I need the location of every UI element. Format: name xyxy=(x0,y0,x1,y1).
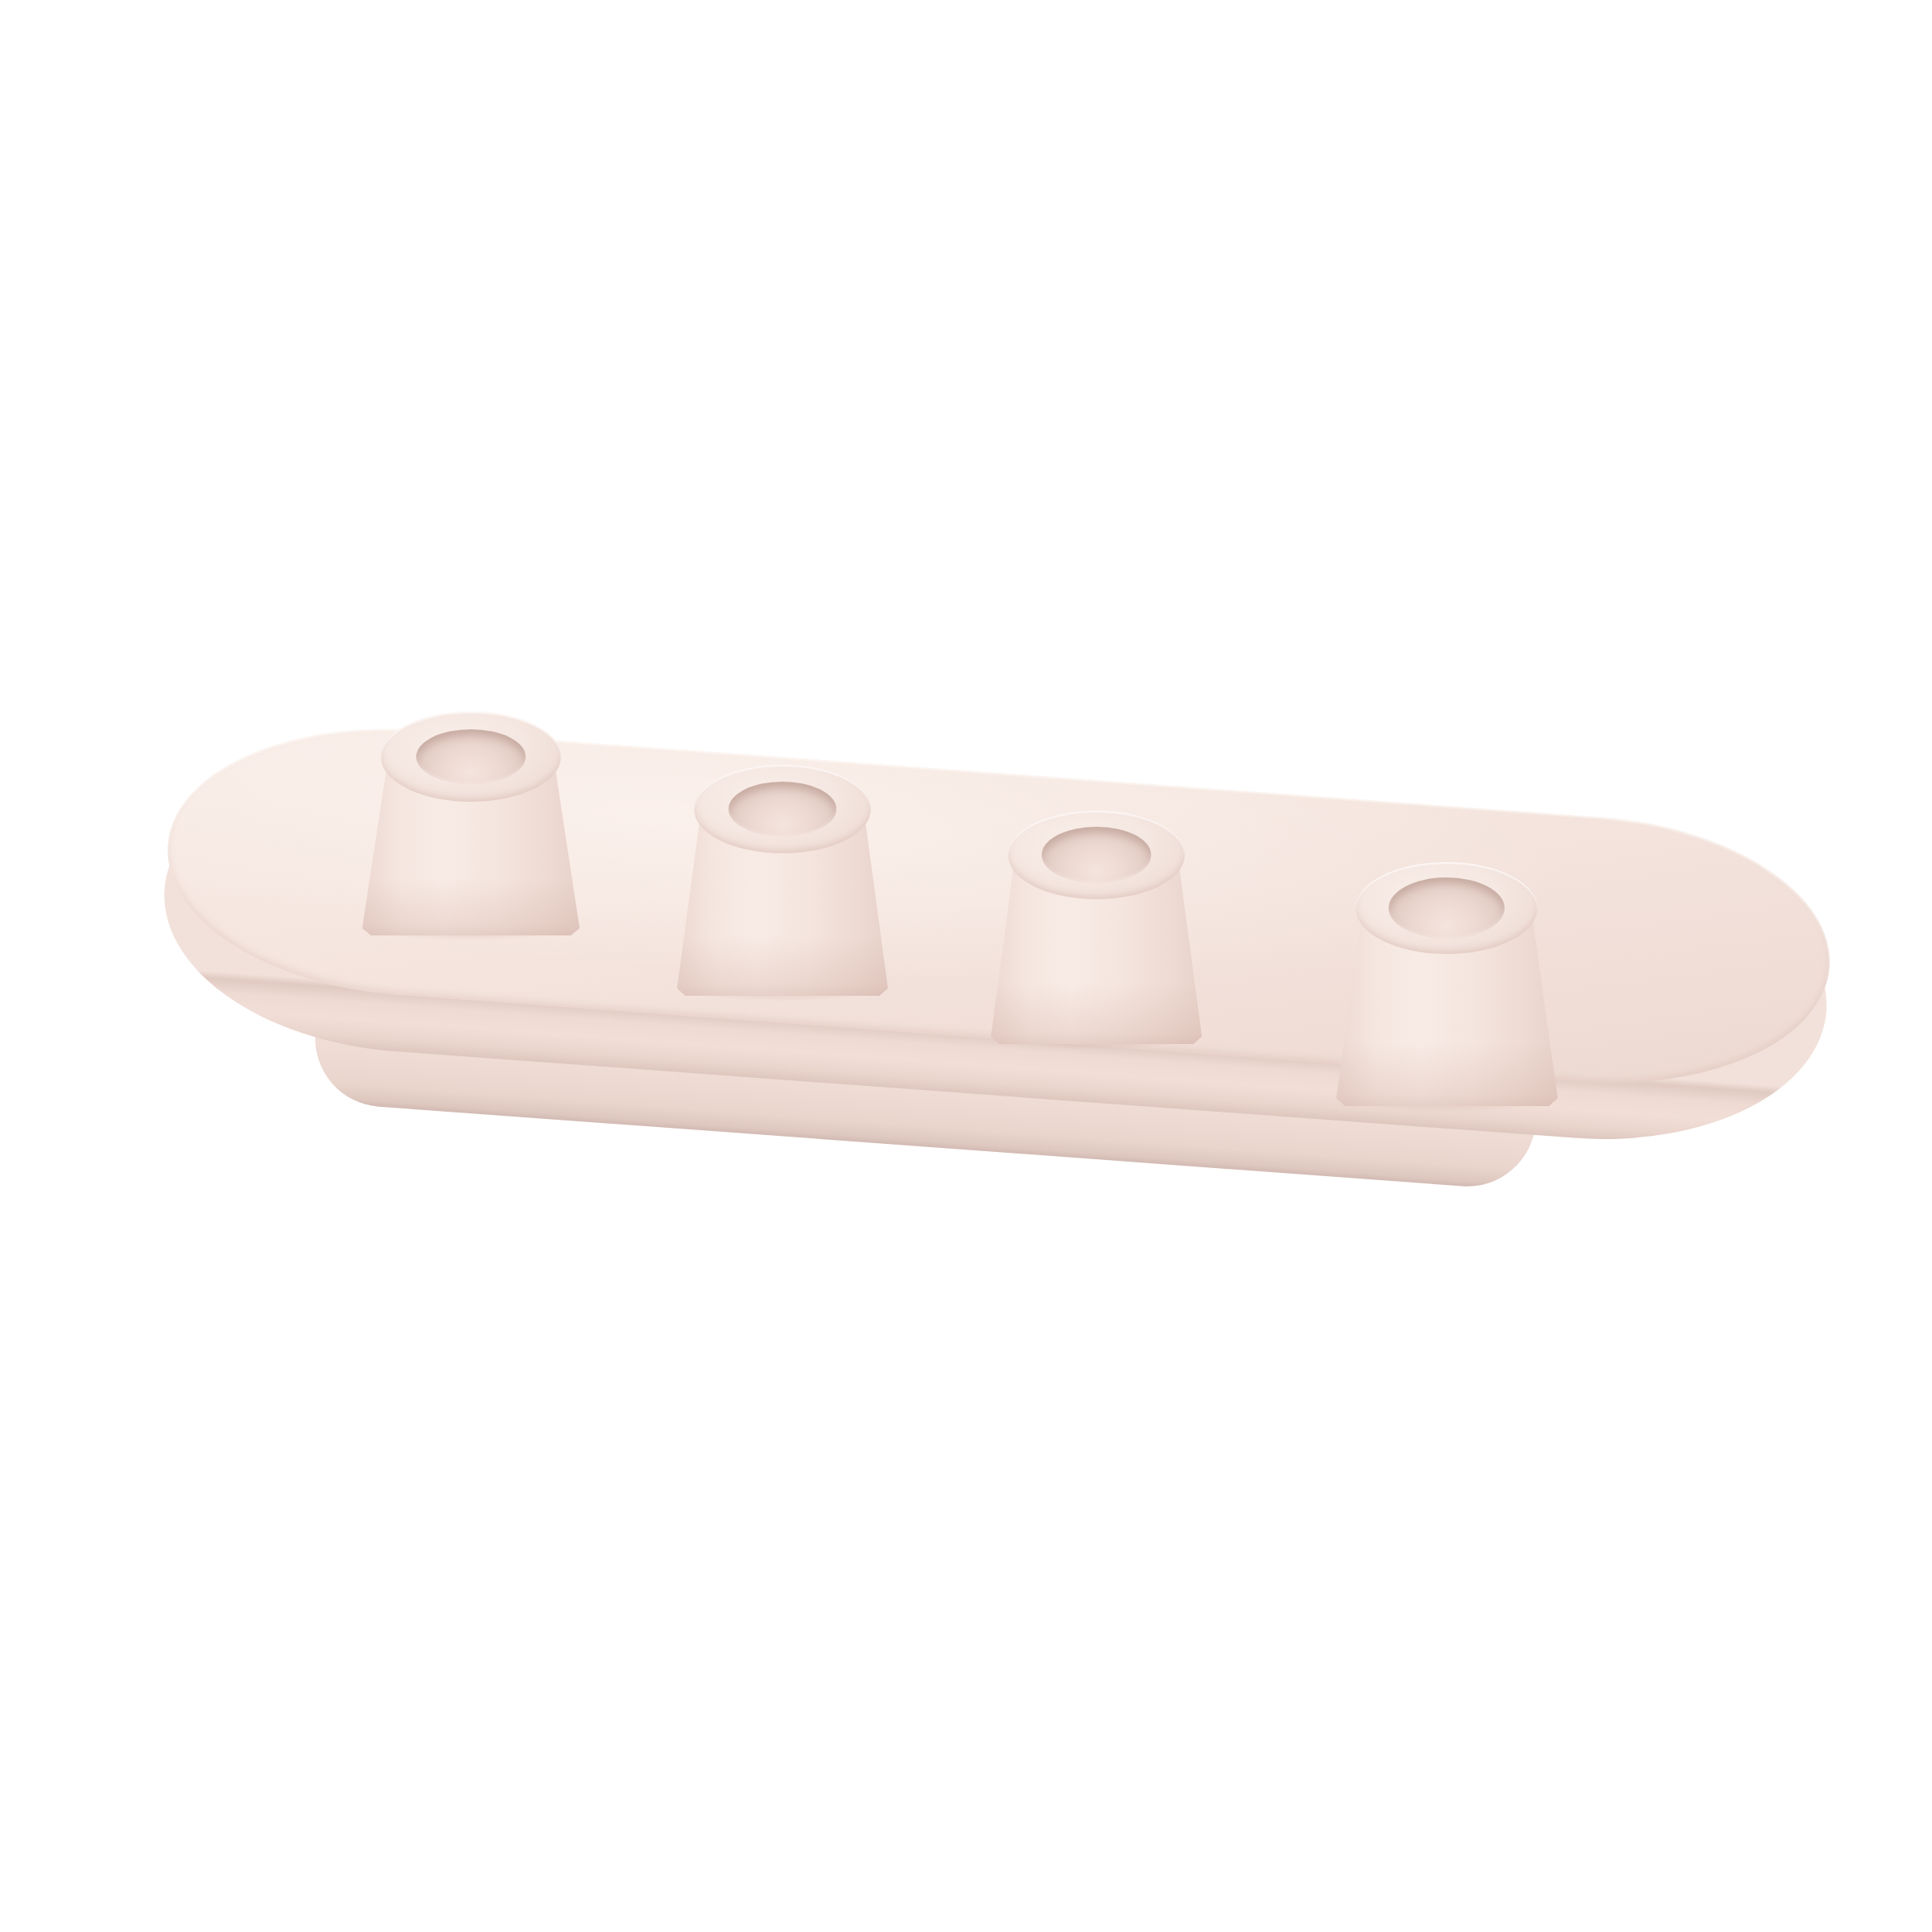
candle-cup-3 xyxy=(991,811,1202,1044)
candle-cup-4 xyxy=(1336,862,1558,1106)
candle-cup-2 xyxy=(677,765,888,996)
product-photo xyxy=(0,0,1932,1932)
candle-holder xyxy=(0,0,1932,1932)
candle-socket-hole xyxy=(729,782,836,836)
candle-socket-hole xyxy=(1042,827,1151,883)
candle-cup-1 xyxy=(362,712,580,935)
candle-socket-hole xyxy=(1389,877,1505,939)
candle-socket-hole xyxy=(416,729,526,784)
